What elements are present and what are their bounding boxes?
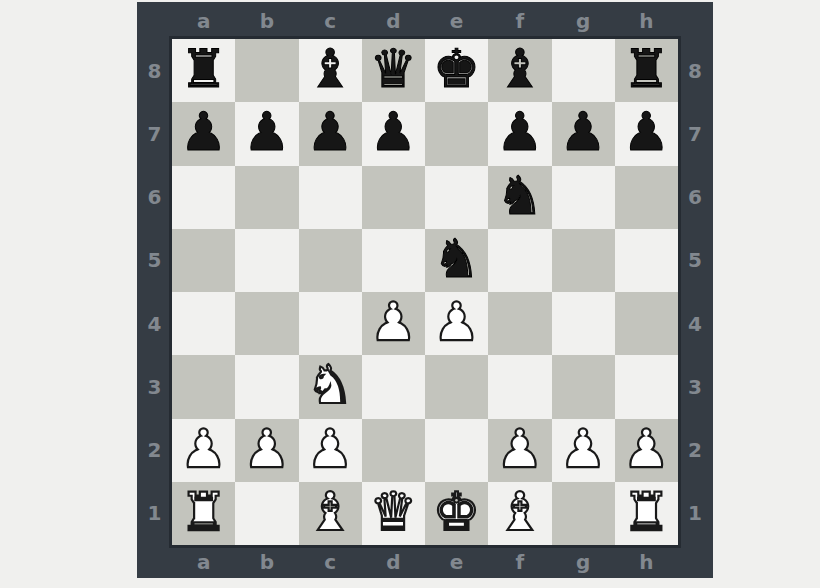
square-e6[interactable]	[425, 166, 488, 229]
square-d2[interactable]	[362, 419, 425, 482]
rank-label-right-5: 5	[678, 229, 712, 292]
rank-label-left-4: 4	[137, 292, 172, 355]
piece-black-pawn: ♟	[180, 105, 228, 162]
rank-label-right-1: 1	[678, 482, 712, 545]
rank-label-left-3: 3	[137, 355, 172, 418]
file-label-bottom-e: e	[425, 545, 488, 578]
square-h5[interactable]	[615, 229, 678, 292]
square-e8[interactable]: ♚	[425, 39, 488, 102]
piece-white-pawn: ♟	[306, 422, 354, 479]
square-c3[interactable]: ♞	[299, 355, 362, 418]
square-b2[interactable]: ♟	[235, 419, 298, 482]
square-f3[interactable]	[488, 355, 551, 418]
chess-board-frame: abcdefgh abcdefgh 87654321 87654321 ♜♝♛♚…	[137, 2, 713, 578]
rank-label-left-5: 5	[137, 229, 172, 292]
piece-black-pawn: ♟	[559, 105, 607, 162]
square-g2[interactable]: ♟	[552, 419, 615, 482]
square-e7[interactable]	[425, 102, 488, 165]
piece-black-king: ♚	[433, 42, 481, 99]
rank-label-right-7: 7	[678, 102, 712, 165]
square-d3[interactable]	[362, 355, 425, 418]
file-label-bottom-a: a	[172, 545, 235, 578]
square-d4[interactable]: ♟	[362, 292, 425, 355]
square-c5[interactable]	[299, 229, 362, 292]
file-label-bottom-f: f	[488, 545, 551, 578]
square-f6[interactable]: ♞	[488, 166, 551, 229]
rank-label-right-4: 4	[678, 292, 712, 355]
square-c6[interactable]	[299, 166, 362, 229]
square-f7[interactable]: ♟	[488, 102, 551, 165]
square-a2[interactable]: ♟	[172, 419, 235, 482]
square-g7[interactable]: ♟	[552, 102, 615, 165]
piece-white-pawn: ♟	[496, 422, 544, 479]
square-c1[interactable]: ♝	[299, 482, 362, 545]
square-d8[interactable]: ♛	[362, 39, 425, 102]
piece-white-rook: ♜	[180, 485, 228, 542]
square-a1[interactable]: ♜	[172, 482, 235, 545]
square-c7[interactable]: ♟	[299, 102, 362, 165]
piece-black-knight: ♞	[496, 169, 544, 226]
file-label-top-a: a	[172, 2, 235, 39]
square-b3[interactable]	[235, 355, 298, 418]
piece-black-rook: ♜	[180, 42, 228, 99]
square-d1[interactable]: ♛	[362, 482, 425, 545]
rank-label-left-6: 6	[137, 166, 172, 229]
square-a8[interactable]: ♜	[172, 39, 235, 102]
square-h7[interactable]: ♟	[615, 102, 678, 165]
rank-label-right-8: 8	[678, 39, 712, 102]
square-e4[interactable]: ♟	[425, 292, 488, 355]
rank-label-right-2: 2	[678, 419, 712, 482]
square-c4[interactable]	[299, 292, 362, 355]
piece-white-pawn: ♟	[370, 295, 418, 352]
rank-labels-left: 87654321	[137, 39, 172, 545]
piece-white-king: ♚	[433, 485, 481, 542]
file-label-top-h: h	[615, 2, 678, 39]
piece-white-pawn: ♟	[180, 422, 228, 479]
file-label-top-d: d	[362, 2, 425, 39]
square-g1[interactable]	[552, 482, 615, 545]
square-e3[interactable]	[425, 355, 488, 418]
piece-black-rook: ♜	[623, 42, 671, 99]
file-label-bottom-d: d	[362, 545, 425, 578]
square-c2[interactable]: ♟	[299, 419, 362, 482]
piece-white-rook: ♜	[623, 485, 671, 542]
square-g3[interactable]	[552, 355, 615, 418]
piece-black-knight: ♞	[433, 232, 481, 289]
file-label-bottom-h: h	[615, 545, 678, 578]
square-d5[interactable]	[362, 229, 425, 292]
square-b5[interactable]	[235, 229, 298, 292]
file-label-bottom-b: b	[235, 545, 298, 578]
square-f4[interactable]	[488, 292, 551, 355]
piece-black-queen: ♛	[370, 42, 418, 99]
piece-white-pawn: ♟	[433, 295, 481, 352]
board: ♜♝♛♚♝♜♟♟♟♟♟♟♟♞♞♟♟♞♟♟♟♟♟♟♜♝♛♚♝♜	[172, 39, 678, 545]
square-h8[interactable]: ♜	[615, 39, 678, 102]
square-h3[interactable]	[615, 355, 678, 418]
rank-label-right-3: 3	[678, 355, 712, 418]
square-g8[interactable]	[552, 39, 615, 102]
square-a3[interactable]	[172, 355, 235, 418]
piece-black-pawn: ♟	[370, 105, 418, 162]
piece-white-pawn: ♟	[623, 422, 671, 479]
piece-white-queen: ♛	[370, 485, 418, 542]
square-b4[interactable]	[235, 292, 298, 355]
piece-white-bishop: ♝	[306, 485, 354, 542]
file-labels-bottom: abcdefgh	[172, 545, 678, 578]
square-h2[interactable]: ♟	[615, 419, 678, 482]
rank-label-left-7: 7	[137, 102, 172, 165]
square-c8[interactable]: ♝	[299, 39, 362, 102]
file-label-top-f: f	[488, 2, 551, 39]
square-f2[interactable]: ♟	[488, 419, 551, 482]
square-b7[interactable]: ♟	[235, 102, 298, 165]
file-label-top-c: c	[299, 2, 362, 39]
piece-white-knight: ♞	[306, 358, 354, 415]
rank-label-right-6: 6	[678, 166, 712, 229]
file-label-top-b: b	[235, 2, 298, 39]
square-g4[interactable]	[552, 292, 615, 355]
square-b6[interactable]	[235, 166, 298, 229]
square-a6[interactable]	[172, 166, 235, 229]
piece-black-bishop: ♝	[496, 42, 544, 99]
rank-label-left-2: 2	[137, 419, 172, 482]
square-e1[interactable]: ♚	[425, 482, 488, 545]
square-g5[interactable]	[552, 229, 615, 292]
file-label-bottom-c: c	[299, 545, 362, 578]
piece-black-pawn: ♟	[496, 105, 544, 162]
piece-white-bishop: ♝	[496, 485, 544, 542]
square-a4[interactable]	[172, 292, 235, 355]
piece-black-pawn: ♟	[623, 105, 671, 162]
piece-black-pawn: ♟	[243, 105, 291, 162]
square-f8[interactable]: ♝	[488, 39, 551, 102]
piece-black-pawn: ♟	[306, 105, 354, 162]
file-label-bottom-g: g	[552, 545, 615, 578]
rank-labels-right: 87654321	[678, 39, 712, 545]
square-b8[interactable]	[235, 39, 298, 102]
square-h4[interactable]	[615, 292, 678, 355]
square-a5[interactable]	[172, 229, 235, 292]
piece-white-pawn: ♟	[559, 422, 607, 479]
square-f1[interactable]: ♝	[488, 482, 551, 545]
square-a7[interactable]: ♟	[172, 102, 235, 165]
square-b1[interactable]	[235, 482, 298, 545]
rank-label-left-1: 1	[137, 482, 172, 545]
square-d6[interactable]	[362, 166, 425, 229]
square-h6[interactable]	[615, 166, 678, 229]
square-g6[interactable]	[552, 166, 615, 229]
square-e5[interactable]: ♞	[425, 229, 488, 292]
square-d7[interactable]: ♟	[362, 102, 425, 165]
square-e2[interactable]	[425, 419, 488, 482]
file-label-top-g: g	[552, 2, 615, 39]
piece-white-pawn: ♟	[243, 422, 291, 479]
rank-label-left-8: 8	[137, 39, 172, 102]
file-labels-top: abcdefgh	[172, 2, 678, 39]
square-f5[interactable]	[488, 229, 551, 292]
file-label-top-e: e	[425, 2, 488, 39]
piece-black-bishop: ♝	[306, 42, 354, 99]
square-h1[interactable]: ♜	[615, 482, 678, 545]
